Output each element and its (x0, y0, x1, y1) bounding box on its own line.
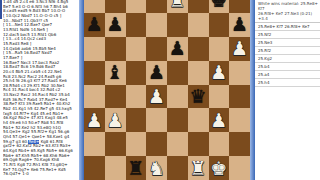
square-h1[interactable] (229, 156, 250, 180)
square-h4[interactable] (229, 85, 250, 109)
square-a1[interactable] (84, 156, 105, 180)
square-b2[interactable] (105, 132, 126, 156)
square-c7[interactable] (126, 13, 147, 37)
square-b3[interactable]: ♟ (105, 108, 126, 132)
square-e4[interactable] (167, 85, 188, 109)
black-pawn-d5[interactable]: ♟ (146, 61, 167, 85)
square-b5[interactable]: ♝ (105, 61, 126, 85)
square-d5[interactable]: ♟ (146, 61, 167, 85)
square-e3[interactable] (167, 108, 188, 132)
square-e5[interactable] (167, 61, 188, 85)
square-c8[interactable] (126, 0, 147, 13)
square-a4[interactable] (84, 85, 105, 109)
square-e1[interactable] (167, 156, 188, 180)
black-pawn-e6[interactable]: ♟ (167, 37, 188, 61)
white-knight-d1[interactable]: ♞ (146, 156, 167, 180)
square-a7[interactable]: ♟ (84, 13, 105, 37)
square-e2[interactable] (167, 132, 188, 156)
white-pawn-h6[interactable]: ♟ (229, 37, 250, 61)
square-f7[interactable] (188, 13, 209, 37)
board-viewport: ♜♚♟♟♟♟♟♝♟♟♟♛♟♟♟♜♞♜♚ (84, 0, 250, 180)
black-rook-c1[interactable]: ♜ (126, 156, 147, 180)
square-h7[interactable]: ♟ (229, 13, 250, 37)
square-f5[interactable] (188, 61, 209, 85)
square-d7[interactable] (146, 13, 167, 37)
annotation-text: 1.d4 d5 2.c4 e6 3.Nc3 Nf6 4.Bg5Be7 5.e3 … (3, 0, 78, 177)
analysis-row[interactable]: 25.Kg2 (255, 55, 320, 63)
square-h2[interactable] (229, 132, 250, 156)
analysis-row[interactable]: 25.h4 (255, 79, 320, 87)
selected-move[interactable]: Re8+ (28, 140, 39, 144)
square-c1[interactable]: ♜ (126, 156, 147, 180)
square-g1[interactable]: ♚ (209, 156, 230, 180)
black-pawn-h7[interactable]: ♟ (229, 13, 250, 37)
scrollbar-thumb[interactable] (0, 0, 2, 19)
square-g4[interactable] (209, 85, 230, 109)
square-g3[interactable]: ♟ (209, 108, 230, 132)
square-f6[interactable] (188, 37, 209, 61)
white-pawn-g5[interactable]: ♟ (209, 61, 230, 85)
square-b8[interactable] (105, 0, 126, 13)
square-d2[interactable] (146, 132, 167, 156)
square-d1[interactable]: ♞ (146, 156, 167, 180)
square-e6[interactable]: ♟ (167, 37, 188, 61)
analysis-panel: White wins material: 25.Re8+ Kf7 26.Rf8+… (255, 0, 320, 180)
square-d6[interactable] (146, 37, 167, 61)
square-h5[interactable] (229, 61, 250, 85)
square-a3[interactable]: ♟ (84, 108, 105, 132)
square-b1[interactable] (105, 156, 126, 180)
square-h3[interactable] (229, 108, 250, 132)
chess-board[interactable]: ♜♚♟♟♟♟♟♝♟♟♟♛♟♟♟♜♞♜♚ (84, 0, 250, 180)
square-b6[interactable] (105, 37, 126, 61)
square-c5[interactable] (126, 61, 147, 85)
square-g6[interactable] (209, 37, 230, 61)
analysis-row[interactable]: 25.Nf2 (255, 31, 320, 39)
square-g2[interactable] (209, 132, 230, 156)
white-rook-f1[interactable]: ♜ (188, 156, 209, 180)
square-e8[interactable]: ♜ (167, 0, 188, 13)
analysis-row[interactable]: 25.Rf2 (255, 47, 320, 55)
black-pawn-b7[interactable]: ♟ (105, 13, 126, 37)
white-rook-e8[interactable]: ♜ (167, 0, 188, 13)
square-c6[interactable] (126, 37, 147, 61)
analysis-header: White wins material: 25.Re8+ Kf7 26.Rf8+… (255, 0, 320, 23)
square-g8[interactable]: ♚ (209, 0, 230, 13)
white-pawn-b3[interactable]: ♟ (105, 108, 126, 132)
square-f2[interactable] (188, 132, 209, 156)
black-bishop-b5[interactable]: ♝ (105, 61, 126, 85)
square-a8[interactable] (84, 0, 105, 13)
white-king-g1[interactable]: ♚ (209, 156, 230, 180)
square-f4[interactable]: ♛ (188, 85, 209, 109)
square-e7[interactable] (167, 13, 188, 37)
square-a6[interactable] (84, 37, 105, 61)
annotation-line[interactable]: 76.Qd7+ 1-0 (3, 172, 78, 177)
square-f1[interactable]: ♜ (188, 156, 209, 180)
square-c4[interactable] (126, 85, 147, 109)
square-a5[interactable] (84, 61, 105, 85)
analysis-row[interactable]: 25.Re8+ Kf7 26.Rf8+ Ke7 (255, 23, 320, 31)
square-b7[interactable]: ♟ (105, 13, 126, 37)
black-king-g8[interactable]: ♚ (209, 0, 230, 13)
white-pawn-g3[interactable]: ♟ (209, 108, 230, 132)
square-d4[interactable]: ♟ (146, 85, 167, 109)
white-pawn-d4[interactable]: ♟ (146, 85, 167, 109)
analysis-row[interactable]: 25.a4 (255, 71, 320, 79)
black-queen-f4[interactable]: ♛ (188, 85, 209, 109)
black-pawn-a7[interactable]: ♟ (84, 13, 105, 37)
square-c2[interactable] (126, 132, 147, 156)
square-f8[interactable] (188, 0, 209, 13)
square-c3[interactable] (126, 108, 147, 132)
square-h8[interactable] (229, 0, 250, 13)
analysis-row[interactable]: 25.b4 (255, 63, 320, 71)
analysis-header-line1: White wins material: 25.Re8+ Kf7 (258, 1, 318, 11)
analysis-rows: 25.Re8+ Kf7 26.Rf8+ Ke725.Nf225.Ne325.Rf… (255, 23, 320, 87)
square-d8[interactable] (146, 0, 167, 13)
square-a2[interactable] (84, 132, 105, 156)
annotation-panel: 1.d4 d5 2.c4 e6 3.Nc3 Nf6 4.Bg5Be7 5.e3 … (0, 0, 79, 180)
analysis-row[interactable]: 25.Ne3 (255, 39, 320, 47)
analysis-header-line2: 26.Rf8+ Ke7 27.Ne3 (0:21) +3.4 (258, 11, 318, 21)
square-g7[interactable] (209, 13, 230, 37)
square-f3[interactable] (188, 108, 209, 132)
square-g5[interactable]: ♟ (209, 61, 230, 85)
square-h6[interactable]: ♟ (229, 37, 250, 61)
white-pawn-a3[interactable]: ♟ (84, 108, 105, 132)
square-d3[interactable] (146, 108, 167, 132)
square-b4[interactable] (105, 85, 126, 109)
